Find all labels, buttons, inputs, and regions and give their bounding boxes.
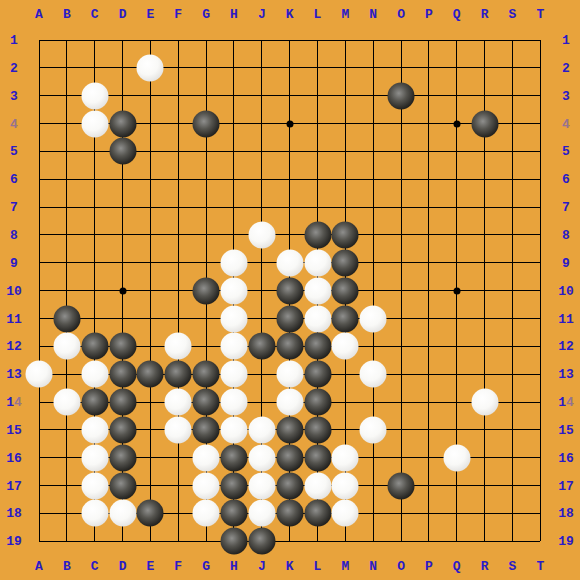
row-label-left: 18 — [6, 507, 22, 520]
black-stone-L18 — [304, 500, 331, 527]
column-label-bottom: O — [397, 560, 405, 573]
row-label-left: 13 — [6, 368, 22, 381]
row-label-left: 7 — [10, 201, 18, 214]
column-label-bottom: L — [314, 560, 322, 573]
white-stone-C18 — [81, 500, 108, 527]
white-stone-K14 — [276, 389, 303, 416]
column-label-top: E — [146, 8, 154, 21]
white-stone-L10 — [304, 277, 331, 304]
white-stone-J8 — [248, 221, 275, 248]
black-stone-H19 — [220, 528, 247, 555]
row-label-left: 12 — [6, 340, 22, 353]
white-stone-D18 — [109, 500, 136, 527]
row-label-right: 3 — [562, 89, 570, 102]
black-stone-L14 — [304, 389, 331, 416]
black-stone-M10 — [332, 277, 359, 304]
column-label-bottom: R — [481, 560, 489, 573]
column-label-bottom: K — [286, 560, 294, 573]
row-label-right: 1 — [562, 34, 570, 47]
white-stone-R14 — [471, 389, 498, 416]
column-label-bottom: A — [35, 560, 43, 573]
black-stone-O3 — [388, 82, 415, 109]
black-stone-G10 — [193, 277, 220, 304]
column-label-top: J — [258, 8, 266, 21]
black-stone-L13 — [304, 361, 331, 388]
white-stone-B14 — [53, 389, 80, 416]
column-label-top: N — [369, 8, 377, 21]
column-label-bottom: B — [63, 560, 71, 573]
row-label-right: 5 — [562, 145, 570, 158]
row-label-left: 2 — [10, 61, 18, 74]
column-label-top: Q — [453, 8, 461, 21]
column-label-top: S — [509, 8, 517, 21]
column-label-bottom: F — [174, 560, 182, 573]
column-label-top: T — [536, 8, 544, 21]
black-stone-K15 — [276, 416, 303, 443]
black-stone-E18 — [137, 500, 164, 527]
column-label-top: B — [63, 8, 71, 21]
column-label-top: G — [202, 8, 210, 21]
black-stone-D12 — [109, 333, 136, 360]
row-label-left: 19 — [6, 535, 22, 548]
black-stone-K16 — [276, 444, 303, 471]
white-stone-M16 — [332, 444, 359, 471]
row-label-left: 11 — [6, 312, 22, 325]
black-stone-M8 — [332, 221, 359, 248]
column-label-bottom: Q — [453, 560, 461, 573]
row-label-left: 3 — [10, 89, 18, 102]
black-stone-D5 — [109, 138, 136, 165]
row-label-left: 6 — [10, 173, 18, 186]
row-label-left: 17 — [6, 479, 22, 492]
row-label-right: 16 — [558, 451, 574, 464]
white-stone-H15 — [220, 416, 247, 443]
row-label-left: 16 — [6, 451, 22, 464]
black-stone-R4 — [471, 110, 498, 137]
column-label-bottom: P — [425, 560, 433, 573]
white-stone-N11 — [360, 305, 387, 332]
black-stone-F13 — [165, 361, 192, 388]
black-stone-C14 — [81, 389, 108, 416]
white-stone-F12 — [165, 333, 192, 360]
white-stone-F14 — [165, 389, 192, 416]
column-label-top: A — [35, 8, 43, 21]
column-label-bottom: N — [369, 560, 377, 573]
white-stone-L9 — [304, 249, 331, 276]
white-stone-L11 — [304, 305, 331, 332]
white-stone-J15 — [248, 416, 275, 443]
row-label-left: 4 — [10, 117, 18, 130]
row-label-left: 8 — [10, 228, 18, 241]
row-label-right: 9 — [562, 256, 570, 269]
white-stone-G17 — [193, 472, 220, 499]
white-stone-J18 — [248, 500, 275, 527]
row-label-left: 1 — [10, 34, 18, 47]
white-stone-H9 — [220, 249, 247, 276]
white-stone-C16 — [81, 444, 108, 471]
black-stone-D14 — [109, 389, 136, 416]
black-stone-D4 — [109, 110, 136, 137]
row-label-right: 6 — [562, 173, 570, 186]
white-stone-J17 — [248, 472, 275, 499]
row-label-left: 10 — [6, 284, 22, 297]
go-board-screen: AABBCCDDEEFFGGHHJJKKLLMMNNOOPPQQRRSSTT11… — [0, 0, 580, 580]
column-label-top: K — [286, 8, 294, 21]
row-label-right: 12 — [558, 340, 574, 353]
black-stone-H17 — [220, 472, 247, 499]
column-label-bottom: S — [509, 560, 517, 573]
row-label-right: 8 — [562, 228, 570, 241]
column-label-bottom: C — [91, 560, 99, 573]
row-label-right: 17 — [558, 479, 574, 492]
black-stone-D13 — [109, 361, 136, 388]
row-label-right: 7 — [562, 201, 570, 214]
white-stone-A13 — [26, 361, 53, 388]
black-stone-M11 — [332, 305, 359, 332]
column-label-top: M — [341, 8, 349, 21]
row-label-right: 13 — [558, 368, 574, 381]
column-label-bottom: H — [230, 560, 238, 573]
black-stone-K17 — [276, 472, 303, 499]
column-label-top: O — [397, 8, 405, 21]
row-label-right: 10 — [558, 284, 574, 297]
black-stone-J19 — [248, 528, 275, 555]
column-label-bottom: M — [341, 560, 349, 573]
black-stone-G4 — [193, 110, 220, 137]
white-stone-H10 — [220, 277, 247, 304]
black-stone-K11 — [276, 305, 303, 332]
column-label-top: P — [425, 8, 433, 21]
column-label-top: R — [481, 8, 489, 21]
white-stone-L17 — [304, 472, 331, 499]
white-stone-H12 — [220, 333, 247, 360]
column-label-bottom: E — [146, 560, 154, 573]
black-stone-D15 — [109, 416, 136, 443]
column-label-top: C — [91, 8, 99, 21]
column-label-top: H — [230, 8, 238, 21]
row-label-right: 4 — [562, 117, 570, 130]
white-stone-G18 — [193, 500, 220, 527]
white-stone-M12 — [332, 333, 359, 360]
column-label-top: D — [119, 8, 127, 21]
white-stone-K9 — [276, 249, 303, 276]
white-stone-C4 — [81, 110, 108, 137]
white-stone-K13 — [276, 361, 303, 388]
black-stone-G14 — [193, 389, 220, 416]
white-stone-C17 — [81, 472, 108, 499]
column-label-top: L — [314, 8, 322, 21]
black-stone-B11 — [53, 305, 80, 332]
black-stone-J12 — [248, 333, 275, 360]
black-stone-L8 — [304, 221, 331, 248]
star-point — [453, 120, 460, 127]
white-stone-C15 — [81, 416, 108, 443]
white-stone-M18 — [332, 500, 359, 527]
star-point — [119, 287, 126, 294]
row-label-left: 9 — [10, 256, 18, 269]
black-stone-K12 — [276, 333, 303, 360]
white-stone-N15 — [360, 416, 387, 443]
row-label-right: 2 — [562, 61, 570, 74]
white-stone-B12 — [53, 333, 80, 360]
white-stone-H11 — [220, 305, 247, 332]
row-label-right: 11 — [558, 312, 574, 325]
column-label-top: F — [174, 8, 182, 21]
black-stone-E13 — [137, 361, 164, 388]
column-label-bottom: T — [536, 560, 544, 573]
white-stone-E2 — [137, 54, 164, 81]
black-stone-L12 — [304, 333, 331, 360]
row-label-right: 18 — [558, 507, 574, 520]
black-stone-K10 — [276, 277, 303, 304]
white-stone-F15 — [165, 416, 192, 443]
black-stone-O17 — [388, 472, 415, 499]
white-stone-H14 — [220, 389, 247, 416]
black-stone-L15 — [304, 416, 331, 443]
star-point — [453, 287, 460, 294]
white-stone-Q16 — [443, 444, 470, 471]
black-stone-H18 — [220, 500, 247, 527]
column-label-bottom: J — [258, 560, 266, 573]
white-stone-N13 — [360, 361, 387, 388]
black-stone-M9 — [332, 249, 359, 276]
black-stone-L16 — [304, 444, 331, 471]
row-label-right: 14 — [558, 396, 574, 409]
row-label-left: 15 — [6, 423, 22, 436]
row-label-left: 14 — [6, 396, 22, 409]
white-stone-G16 — [193, 444, 220, 471]
black-stone-D17 — [109, 472, 136, 499]
star-point — [286, 120, 293, 127]
black-stone-C12 — [81, 333, 108, 360]
black-stone-D16 — [109, 444, 136, 471]
white-stone-C3 — [81, 82, 108, 109]
column-label-bottom: D — [119, 560, 127, 573]
column-label-bottom: G — [202, 560, 210, 573]
black-stone-K18 — [276, 500, 303, 527]
black-stone-H16 — [220, 444, 247, 471]
white-stone-H13 — [220, 361, 247, 388]
row-label-right: 15 — [558, 423, 574, 436]
row-label-left: 5 — [10, 145, 18, 158]
black-stone-G15 — [193, 416, 220, 443]
black-stone-G13 — [193, 361, 220, 388]
white-stone-M17 — [332, 472, 359, 499]
white-stone-J16 — [248, 444, 275, 471]
white-stone-C13 — [81, 361, 108, 388]
row-label-right: 19 — [558, 535, 574, 548]
